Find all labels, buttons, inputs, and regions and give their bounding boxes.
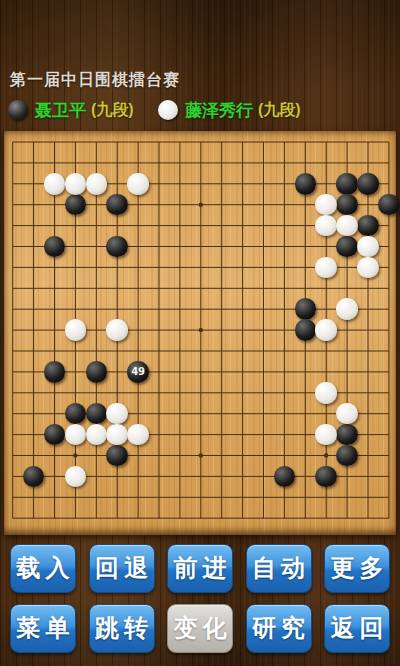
white-stone	[127, 424, 149, 446]
black-stone	[295, 173, 317, 195]
black-player: 聂卫平 (九段)	[8, 98, 134, 122]
black-stone	[357, 173, 379, 195]
go-board[interactable]: 49	[4, 131, 396, 535]
game-title: 第一届中日围棋擂台赛	[10, 70, 180, 91]
controls-row-2: 菜单跳转变化研究返回	[0, 604, 400, 653]
move-49-stone: 49	[127, 361, 149, 383]
study-button[interactable]: 研究	[246, 604, 312, 653]
load-button[interactable]: 载入	[10, 544, 76, 593]
white-player-rank: (九段)	[258, 100, 301, 121]
black-stone	[357, 215, 379, 237]
more-button[interactable]: 更多	[324, 544, 390, 593]
white-stone	[106, 319, 128, 341]
board-grid	[4, 131, 396, 535]
white-stone	[86, 173, 108, 195]
black-stone	[336, 236, 358, 258]
black-stone	[295, 298, 317, 320]
black-stone	[315, 466, 337, 488]
black-player-rank: (九段)	[91, 100, 134, 121]
white-stone	[127, 173, 149, 195]
black-stone	[336, 173, 358, 195]
white-stone	[315, 215, 337, 237]
white-stone	[315, 257, 337, 279]
black-stone	[106, 236, 128, 258]
white-stone	[336, 403, 358, 425]
black-stone	[274, 466, 296, 488]
black-stone	[86, 361, 108, 383]
white-stone	[336, 215, 358, 237]
white-stone	[357, 236, 379, 258]
players-bar: 聂卫平 (九段) 藤泽秀行 (九段)	[8, 98, 398, 122]
black-stone	[295, 319, 317, 341]
controls-row-1: 载入回退前进自动更多	[0, 544, 400, 593]
black-stone-icon	[8, 100, 28, 120]
white-stone	[106, 424, 128, 446]
white-stone	[65, 466, 87, 488]
black-player-name: 聂卫平	[35, 99, 86, 122]
variation-button[interactable]: 变化	[167, 604, 233, 653]
back-button[interactable]: 返回	[324, 604, 390, 653]
white-stone-icon	[158, 100, 178, 120]
white-stone	[357, 257, 379, 279]
black-stone	[44, 361, 66, 383]
forward-button[interactable]: 前进	[167, 544, 233, 593]
white-stone	[336, 298, 358, 320]
black-stone	[106, 445, 128, 467]
white-stone	[315, 424, 337, 446]
white-player-name: 藤泽秀行	[185, 99, 253, 122]
white-stone	[315, 382, 337, 404]
black-stone	[336, 445, 358, 467]
white-stone	[44, 173, 66, 195]
jump-button[interactable]: 跳转	[89, 604, 155, 653]
undo-button[interactable]: 回退	[89, 544, 155, 593]
menu-button[interactable]: 菜单	[10, 604, 76, 653]
black-stone	[336, 424, 358, 446]
white-stone	[315, 319, 337, 341]
white-player: 藤泽秀行 (九段)	[158, 98, 301, 122]
black-stone	[336, 194, 358, 216]
white-stone	[65, 319, 87, 341]
move-number-label: 49	[131, 367, 145, 377]
black-stone	[378, 194, 400, 216]
auto-button[interactable]: 自动	[246, 544, 312, 593]
white-stone	[65, 173, 87, 195]
